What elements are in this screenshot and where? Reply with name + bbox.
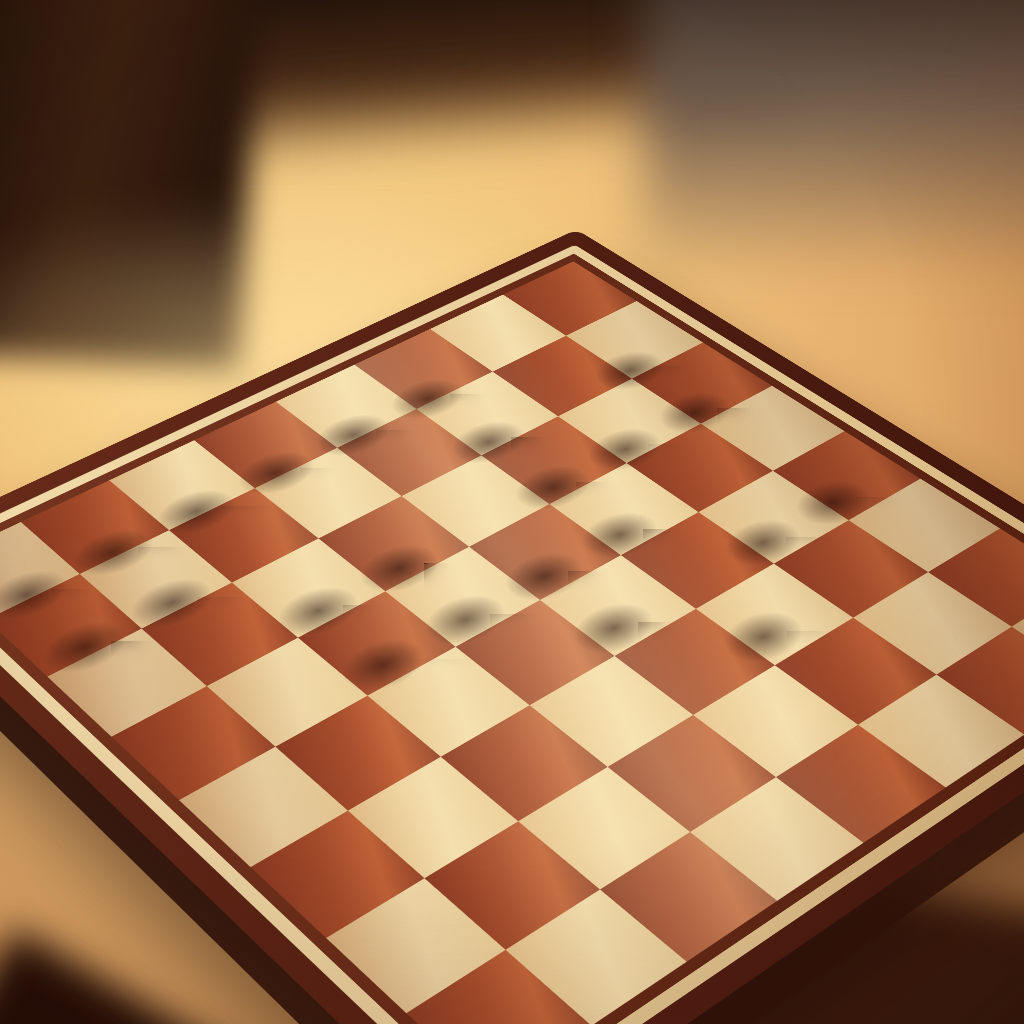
pawn-glyph: ♟ [58,530,163,647]
knight-glyph: ♞ [303,435,514,671]
chess-scene: ♝♞♞♛♚♝♟♜♟♜♝●♝♛♟♞♞♟♟♟♞♝♝ [0,0,1024,1024]
bishop-glyph: ♝ [699,442,877,641]
pawn-glyph: ♟ [591,522,686,628]
chess-board: ♝♞♞♛♚♝♟♜♟♜♝●♝♛♟♞♞♟♟♟♞♝♝ [0,230,1024,1024]
